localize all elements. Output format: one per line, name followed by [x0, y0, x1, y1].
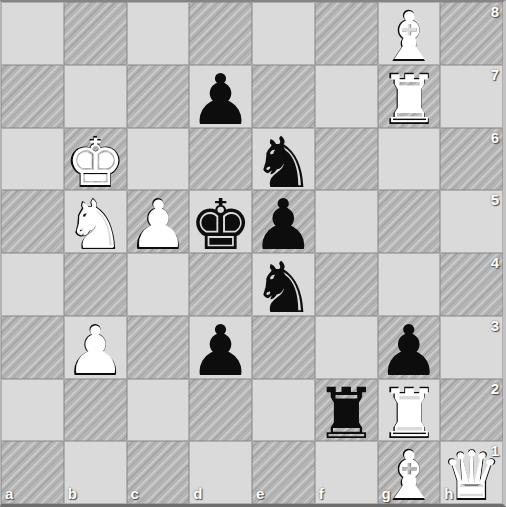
- square-a3[interactable]: [1, 316, 64, 379]
- square-c7[interactable]: [127, 65, 190, 128]
- square-f7[interactable]: [315, 65, 378, 128]
- square-a2[interactable]: [1, 379, 64, 442]
- square-c6[interactable]: [127, 128, 190, 191]
- square-h7[interactable]: 7: [440, 65, 503, 128]
- file-label-a: a: [5, 485, 13, 502]
- square-h6[interactable]: 6: [440, 128, 503, 191]
- white-rook[interactable]: ♜♖: [378, 379, 441, 442]
- square-e8[interactable]: [252, 2, 315, 65]
- square-g4[interactable]: [378, 253, 441, 316]
- square-e1[interactable]: e: [252, 441, 315, 504]
- square-c5[interactable]: ♟♙: [127, 190, 190, 253]
- file-label-b: b: [68, 485, 77, 502]
- square-g2[interactable]: ♜♖: [378, 379, 441, 442]
- white-pawn[interactable]: ♟♙: [127, 190, 190, 253]
- square-f6[interactable]: [315, 128, 378, 191]
- square-d7[interactable]: ♟: [189, 65, 252, 128]
- square-e7[interactable]: [252, 65, 315, 128]
- rank-label-5: 5: [491, 191, 499, 208]
- square-b7[interactable]: [64, 65, 127, 128]
- piece-solid-glyph: ♞: [252, 253, 315, 323]
- white-king[interactable]: ♚♔: [64, 128, 127, 191]
- square-d3[interactable]: ♟: [189, 316, 252, 379]
- rank-label-4: 4: [491, 254, 499, 271]
- square-b6[interactable]: ♚♔: [64, 128, 127, 191]
- square-g1[interactable]: ♝♗g: [378, 441, 441, 504]
- piece-fill-glyph: ♟: [66, 318, 124, 383]
- rank-label-2: 2: [491, 380, 499, 397]
- chess-board-frame: ♝♗8♟♜♖7♚♔♞6♞♘♟♙♚♟5♞4♟♙♟♟3♜♜♖2abcdef♝♗g♛♕…: [0, 0, 506, 507]
- square-h5[interactable]: 5: [440, 190, 503, 253]
- square-c3[interactable]: [127, 316, 190, 379]
- white-queen[interactable]: ♛♕: [440, 441, 503, 504]
- piece-fill-glyph: ♞: [66, 193, 124, 258]
- black-king[interactable]: ♚: [189, 190, 252, 253]
- piece-fill-glyph: ♜: [380, 67, 438, 132]
- square-b1[interactable]: b: [64, 441, 127, 504]
- rank-label-6: 6: [491, 129, 499, 146]
- square-a6[interactable]: [1, 128, 64, 191]
- square-d8[interactable]: [189, 2, 252, 65]
- square-d5[interactable]: ♚: [189, 190, 252, 253]
- square-c8[interactable]: [127, 2, 190, 65]
- white-knight[interactable]: ♞♘: [64, 190, 127, 253]
- square-b8[interactable]: [64, 2, 127, 65]
- piece-fill-glyph: ♛: [442, 444, 500, 507]
- black-pawn[interactable]: ♟: [378, 316, 441, 379]
- black-knight[interactable]: ♞: [252, 253, 315, 316]
- square-g8[interactable]: ♝♗: [378, 2, 441, 65]
- square-a5[interactable]: [1, 190, 64, 253]
- black-pawn[interactable]: ♟: [189, 65, 252, 128]
- square-a4[interactable]: [1, 253, 64, 316]
- square-h2[interactable]: 2: [440, 379, 503, 442]
- square-b5[interactable]: ♞♘: [64, 190, 127, 253]
- square-f4[interactable]: [315, 253, 378, 316]
- piece-fill-glyph: ♝: [380, 444, 438, 507]
- square-h3[interactable]: 3: [440, 316, 503, 379]
- piece-solid-glyph: ♟: [189, 316, 252, 386]
- piece-solid-glyph: ♟: [189, 65, 252, 135]
- square-h4[interactable]: 4: [440, 253, 503, 316]
- square-f2[interactable]: ♜: [315, 379, 378, 442]
- file-label-d: d: [193, 485, 202, 502]
- square-a8[interactable]: [1, 2, 64, 65]
- white-pawn[interactable]: ♟♙: [64, 316, 127, 379]
- square-g5[interactable]: [378, 190, 441, 253]
- chess-board: ♝♗8♟♜♖7♚♔♞6♞♘♟♙♚♟5♞4♟♙♟♟3♜♜♖2abcdef♝♗g♛♕…: [1, 2, 503, 504]
- square-f3[interactable]: [315, 316, 378, 379]
- square-e4[interactable]: ♞: [252, 253, 315, 316]
- white-bishop[interactable]: ♝♗: [378, 2, 441, 65]
- square-d1[interactable]: d: [189, 441, 252, 504]
- square-a1[interactable]: a: [1, 441, 64, 504]
- square-e6[interactable]: ♞: [252, 128, 315, 191]
- black-pawn[interactable]: ♟: [189, 316, 252, 379]
- square-e2[interactable]: [252, 379, 315, 442]
- square-g3[interactable]: ♟: [378, 316, 441, 379]
- white-bishop[interactable]: ♝♗: [378, 441, 441, 504]
- square-f8[interactable]: [315, 2, 378, 65]
- square-a7[interactable]: [1, 65, 64, 128]
- piece-fill-glyph: ♟: [129, 193, 187, 258]
- rank-label-3: 3: [491, 317, 499, 334]
- square-h8[interactable]: 8: [440, 2, 503, 65]
- square-f5[interactable]: [315, 190, 378, 253]
- square-b3[interactable]: ♟♙: [64, 316, 127, 379]
- square-h1[interactable]: ♛♕h1: [440, 441, 503, 504]
- white-rook[interactable]: ♜♖: [378, 65, 441, 128]
- black-pawn[interactable]: ♟: [252, 190, 315, 253]
- square-c2[interactable]: [127, 379, 190, 442]
- square-g7[interactable]: ♜♖: [378, 65, 441, 128]
- square-e5[interactable]: ♟: [252, 190, 315, 253]
- file-label-c: c: [131, 485, 139, 502]
- file-label-e: e: [256, 485, 264, 502]
- black-knight[interactable]: ♞: [252, 128, 315, 191]
- square-c1[interactable]: c: [127, 441, 190, 504]
- rank-label-7: 7: [491, 66, 499, 83]
- file-label-f: f: [319, 485, 324, 502]
- rank-label-8: 8: [491, 3, 499, 20]
- black-rook[interactable]: ♜: [315, 379, 378, 442]
- piece-solid-glyph: ♚: [189, 190, 252, 260]
- piece-solid-glyph: ♜: [315, 379, 378, 449]
